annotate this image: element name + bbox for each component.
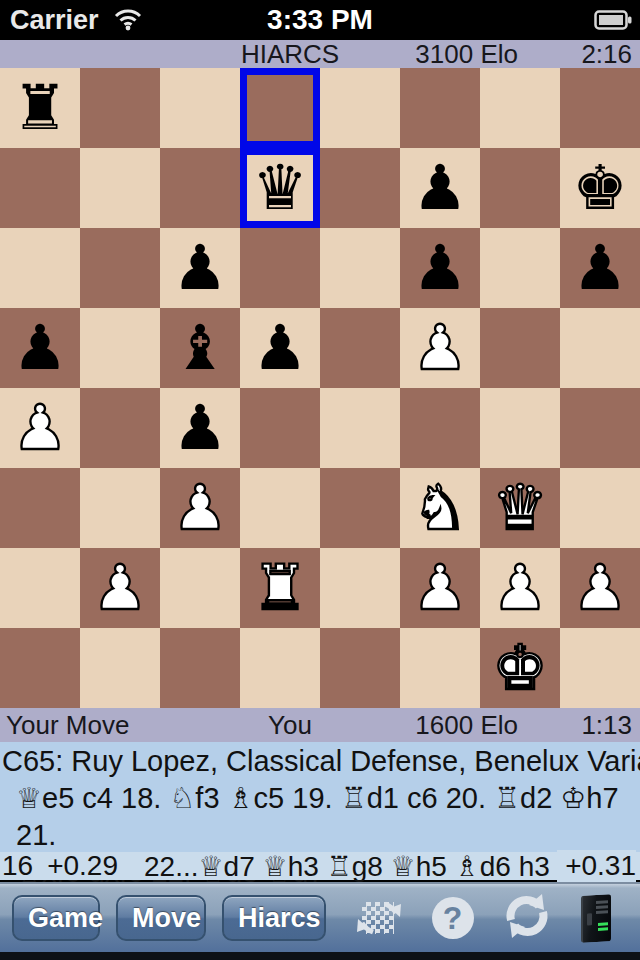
- square-b4[interactable]: [80, 388, 160, 468]
- bottom-edge: [0, 952, 640, 960]
- square-b6[interactable]: [80, 228, 160, 308]
- square-b3[interactable]: [80, 468, 160, 548]
- square-e6[interactable]: [320, 228, 400, 308]
- tower-led: [598, 927, 608, 931]
- white-pawn-b2: ♟: [92, 557, 148, 619]
- square-d5[interactable]: ♟: [240, 308, 320, 388]
- engine-info-bar: HIARCS 3100 Elo 2:16: [0, 40, 640, 68]
- square-d6[interactable]: [240, 228, 320, 308]
- square-e5[interactable]: [320, 308, 400, 388]
- square-g5[interactable]: [480, 308, 560, 388]
- square-h8[interactable]: [560, 68, 640, 148]
- square-h4[interactable]: [560, 388, 640, 468]
- analysis-bar[interactable]: 16 +0.29 22...♕d7 ♕h3 ♖g8 ♕h5 ♗d6 h3 ♗e5…: [0, 852, 640, 880]
- square-c7[interactable]: [160, 148, 240, 228]
- white-pawn-f5: ♟: [412, 317, 468, 379]
- analysis-line: 22...♕d7 ♕h3 ♖g8 ♕h5 ♗d6 h3 ♗e5: [144, 850, 557, 883]
- square-a8[interactable]: ♜: [0, 68, 80, 148]
- square-e8[interactable]: [320, 68, 400, 148]
- analysis-eval-right: +0.31: [557, 850, 636, 882]
- white-queen-g3: ♛: [492, 477, 548, 539]
- square-c6[interactable]: ♟: [160, 228, 240, 308]
- black-pawn-c4: ♟: [172, 397, 228, 459]
- analysis-eval: +0.29: [47, 850, 118, 882]
- white-rook-d2: ♜: [252, 557, 308, 619]
- black-queen-d7: ♛: [252, 157, 308, 219]
- opening-name: C65: Ruy Lopez, Classical Defense, Benel…: [0, 742, 640, 780]
- square-d8[interactable]: [240, 68, 320, 148]
- black-pawn-c6: ♟: [172, 237, 228, 299]
- tower-slot: [596, 900, 608, 904]
- square-c8[interactable]: [160, 68, 240, 148]
- tower-drive: [587, 913, 592, 925]
- square-d1[interactable]: [240, 628, 320, 708]
- square-d2[interactable]: ♜: [240, 548, 320, 628]
- white-pawn-c3: ♟: [172, 477, 228, 539]
- square-b2[interactable]: ♟: [80, 548, 160, 628]
- game-button[interactable]: Game: [12, 895, 100, 941]
- square-g3[interactable]: ♛: [480, 468, 560, 548]
- black-rook-a8: ♜: [12, 77, 68, 139]
- help-icon[interactable]: ?: [432, 897, 474, 939]
- square-h2[interactable]: ♟: [560, 548, 640, 628]
- flip-board-icon[interactable]: [355, 894, 403, 942]
- square-a2[interactable]: [0, 548, 80, 628]
- square-a6[interactable]: [0, 228, 80, 308]
- square-e7[interactable]: [320, 148, 400, 228]
- square-g4[interactable]: [480, 388, 560, 468]
- square-d4[interactable]: [240, 388, 320, 468]
- square-d3[interactable]: [240, 468, 320, 548]
- square-f1[interactable]: [400, 628, 480, 708]
- engine-clock: 2:16: [581, 40, 632, 68]
- square-h7[interactable]: ♚: [560, 148, 640, 228]
- black-pawn-a5: ♟: [12, 317, 68, 379]
- square-e3[interactable]: [320, 468, 400, 548]
- square-h5[interactable]: [560, 308, 640, 388]
- player-elo: 1600 Elo: [415, 710, 518, 740]
- black-bishop-c5: ♝: [172, 317, 228, 379]
- notation-panel[interactable]: C65: Ruy Lopez, Classical Defense, Benel…: [0, 742, 640, 852]
- square-f3[interactable]: ♞: [400, 468, 480, 548]
- white-king-g1: ♚: [492, 637, 548, 699]
- square-a5[interactable]: ♟: [0, 308, 80, 388]
- clock-time: 3:33 PM: [0, 4, 640, 36]
- move-button[interactable]: Move: [116, 895, 206, 941]
- square-a3[interactable]: [0, 468, 80, 548]
- square-c5[interactable]: ♝: [160, 308, 240, 388]
- square-c3[interactable]: ♟: [160, 468, 240, 548]
- square-f6[interactable]: ♟: [400, 228, 480, 308]
- refresh-icon[interactable]: [502, 893, 552, 943]
- black-pawn-h6: ♟: [572, 237, 628, 299]
- square-g1[interactable]: ♚: [480, 628, 560, 708]
- square-g7[interactable]: [480, 148, 560, 228]
- tower-led: [598, 922, 608, 926]
- player-info-bar: Your Move You 1600 Elo 1:13: [0, 708, 640, 742]
- black-king-h7: ♚: [572, 157, 628, 219]
- white-pawn-g2: ♟: [492, 557, 548, 619]
- flip-arrows-glyph: [355, 894, 403, 942]
- square-b1[interactable]: [80, 628, 160, 708]
- tower-slot: [596, 905, 608, 909]
- square-a7[interactable]: [0, 148, 80, 228]
- square-e2[interactable]: [320, 548, 400, 628]
- tower-slot: [596, 910, 608, 914]
- engine-elo: 3100 Elo: [415, 40, 518, 68]
- square-b5[interactable]: [80, 308, 160, 388]
- white-pawn-a4: ♟: [12, 397, 68, 459]
- square-h3[interactable]: [560, 468, 640, 548]
- square-g8[interactable]: [480, 68, 560, 148]
- square-h1[interactable]: [560, 628, 640, 708]
- square-h6[interactable]: ♟: [560, 228, 640, 308]
- square-c2[interactable]: [160, 548, 240, 628]
- move-list-line-1: ♕e5 c4 18. ♘f3 ♗c5 19. ♖d1 c6 20. ♖d2 ♔h…: [0, 780, 640, 854]
- white-pawn-h2: ♟: [572, 557, 628, 619]
- square-b8[interactable]: [80, 68, 160, 148]
- black-pawn-d5: ♟: [252, 317, 308, 379]
- engine-icon[interactable]: [581, 894, 611, 943]
- square-f5[interactable]: ♟: [400, 308, 480, 388]
- square-a1[interactable]: [0, 628, 80, 708]
- white-knight-f3: ♞: [412, 477, 468, 539]
- square-g2[interactable]: ♟: [480, 548, 560, 628]
- square-f4[interactable]: [400, 388, 480, 468]
- battery-icon: [594, 10, 632, 34]
- toolbar: Game Move Hiarcs ?: [0, 882, 640, 952]
- black-pawn-f7: ♟: [412, 157, 468, 219]
- black-pawn-f6: ♟: [412, 237, 468, 299]
- hiarcs-button[interactable]: Hiarcs: [222, 895, 326, 941]
- square-g6[interactable]: [480, 228, 560, 308]
- square-f2[interactable]: ♟: [400, 548, 480, 628]
- square-f7[interactable]: ♟: [400, 148, 480, 228]
- square-e4[interactable]: [320, 388, 400, 468]
- square-c1[interactable]: [160, 628, 240, 708]
- square-b7[interactable]: [80, 148, 160, 228]
- square-d7[interactable]: ♛: [240, 148, 320, 228]
- question-glyph: ?: [443, 900, 463, 937]
- square-e1[interactable]: [320, 628, 400, 708]
- analysis-depth: 16: [2, 850, 33, 882]
- white-pawn-f2: ♟: [412, 557, 468, 619]
- square-a4[interactable]: ♟: [0, 388, 80, 468]
- square-f8[interactable]: [400, 68, 480, 148]
- status-bar: Carrier 3:33 PM: [0, 0, 640, 40]
- square-c4[interactable]: ♟: [160, 388, 240, 468]
- player-clock: 1:13: [581, 710, 632, 740]
- chess-board[interactable]: ♜♛♟♚♟♟♟♟♝♟♟♟♟♟♞♛♟♜♟♟♟♚: [0, 68, 640, 708]
